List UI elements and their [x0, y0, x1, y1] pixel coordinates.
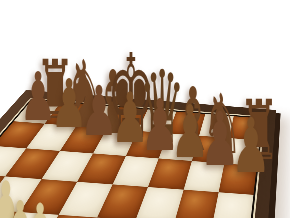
square-b1 [199, 114, 234, 138]
board-grid [0, 99, 264, 218]
square-a4 [212, 192, 254, 218]
square-b2 [192, 136, 230, 163]
square-a2 [224, 138, 259, 166]
chess-board [0, 90, 276, 218]
square-b3 [183, 161, 224, 192]
chess-photo-scene: ♜♞♝♚♛♝♞♜♟♟♟♟♟♟♟♟♟♟♟ [0, 0, 290, 218]
square-a3 [219, 163, 257, 194]
square-a1 [229, 116, 262, 140]
